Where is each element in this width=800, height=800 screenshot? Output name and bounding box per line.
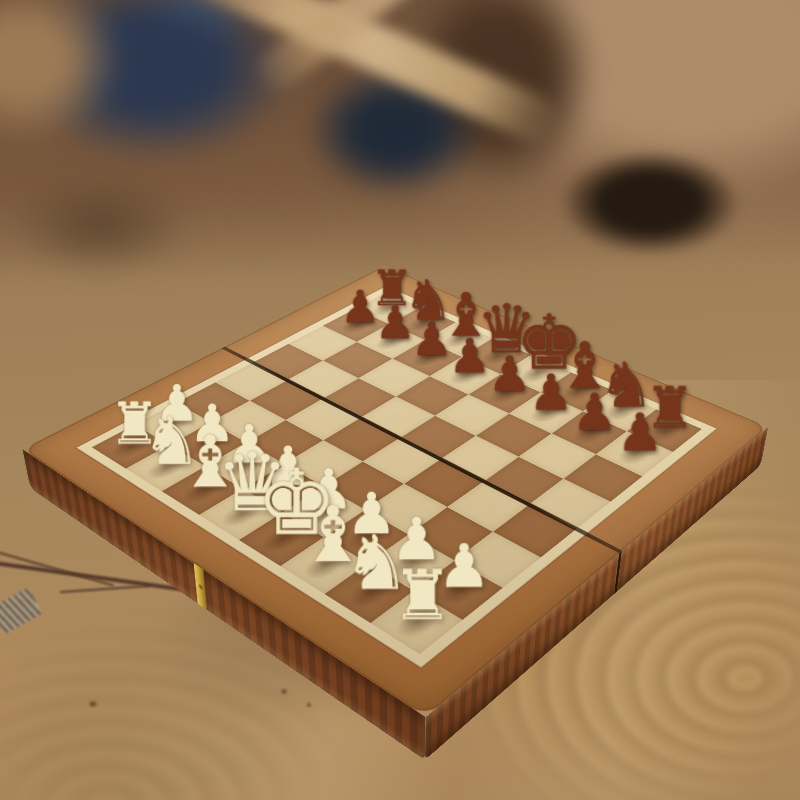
chess-board: ♜♞♝♛♚♝♞♜♟♟♟♟♟♟♟♟♟♟♟♟♟♟♟♟♜♞♝♛♚♝♞♜ (22, 266, 768, 717)
scene-3d: ♜♞♝♛♚♝♞♜♟♟♟♟♟♟♟♟♟♟♟♟♟♟♟♟♜♞♝♛♚♝♞♜ (0, 0, 800, 800)
fold-gap-side (614, 551, 622, 594)
photo-scene: ♜♞♝♛♚♝♞♜♟♟♟♟♟♟♟♟♟♟♟♟♟♟♟♟♜♞♝♛♚♝♞♜ (0, 0, 800, 800)
